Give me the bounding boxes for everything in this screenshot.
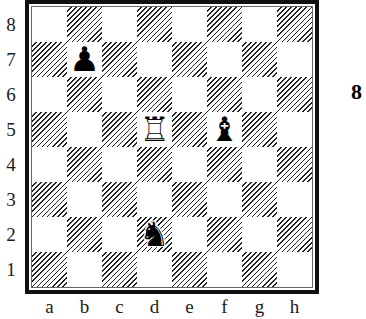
square-g6 <box>242 77 277 112</box>
square-f5: ♝ <box>207 112 242 147</box>
piece-black-knight-d2: ♞ <box>139 217 169 251</box>
square-h3 <box>277 182 312 217</box>
rank-label-2: 2 <box>0 217 22 252</box>
file-label-b: b <box>67 295 102 319</box>
square-b6 <box>67 77 102 112</box>
file-label-d: d <box>137 295 172 319</box>
file-label-c: c <box>102 295 137 319</box>
square-h2 <box>277 217 312 252</box>
square-e8 <box>172 7 207 42</box>
square-g1 <box>242 252 277 287</box>
rank-label-3: 3 <box>0 182 22 217</box>
square-f7 <box>207 42 242 77</box>
square-f8 <box>207 7 242 42</box>
square-c8 <box>102 7 137 42</box>
square-b3 <box>67 182 102 217</box>
square-d1 <box>137 252 172 287</box>
square-c4 <box>102 147 137 182</box>
file-labels: abcdefgh <box>32 295 312 319</box>
square-f3 <box>207 182 242 217</box>
square-a2 <box>32 217 67 252</box>
chess-board: ♟♖♝♞ <box>31 6 313 288</box>
square-d2: ♞ <box>137 217 172 252</box>
square-c2 <box>102 217 137 252</box>
square-a1 <box>32 252 67 287</box>
file-label-a: a <box>32 295 67 319</box>
board-frame: ♟♖♝♞ <box>25 0 319 294</box>
square-h4 <box>277 147 312 182</box>
square-d4 <box>137 147 172 182</box>
square-d5: ♖ <box>137 112 172 147</box>
square-c6 <box>102 77 137 112</box>
square-g4 <box>242 147 277 182</box>
file-label-g: g <box>242 295 277 319</box>
square-c3 <box>102 182 137 217</box>
square-e4 <box>172 147 207 182</box>
square-d7 <box>137 42 172 77</box>
rank-label-6: 6 <box>0 77 22 112</box>
square-f1 <box>207 252 242 287</box>
piece-black-pawn-b7: ♟ <box>69 42 99 76</box>
square-g3 <box>242 182 277 217</box>
piece-black-bishop-f5: ♝ <box>209 112 239 146</box>
square-e5 <box>172 112 207 147</box>
square-a8 <box>32 7 67 42</box>
square-h6 <box>277 77 312 112</box>
square-f2 <box>207 217 242 252</box>
square-a6 <box>32 77 67 112</box>
square-h1 <box>277 252 312 287</box>
rank-label-1: 1 <box>0 252 22 287</box>
square-f4 <box>207 147 242 182</box>
square-e3 <box>172 182 207 217</box>
margin-number: 8 <box>347 79 366 105</box>
rank-label-8: 8 <box>0 7 22 42</box>
rank-label-4: 4 <box>0 147 22 182</box>
square-g2 <box>242 217 277 252</box>
square-h7 <box>277 42 312 77</box>
square-a5 <box>32 112 67 147</box>
piece-white-rook-d5: ♖ <box>139 112 169 146</box>
square-a3 <box>32 182 67 217</box>
chess-diagram: 87654321 ♟♖♝♞ abcdefgh 8 <box>0 0 366 319</box>
square-a4 <box>32 147 67 182</box>
file-label-e: e <box>172 295 207 319</box>
square-g7 <box>242 42 277 77</box>
rank-label-7: 7 <box>0 42 22 77</box>
square-g5 <box>242 112 277 147</box>
rank-labels: 87654321 <box>0 7 22 287</box>
square-b4 <box>67 147 102 182</box>
square-d6 <box>137 77 172 112</box>
square-d8 <box>137 7 172 42</box>
file-label-h: h <box>277 295 312 319</box>
square-h8 <box>277 7 312 42</box>
square-b2 <box>67 217 102 252</box>
square-g8 <box>242 7 277 42</box>
square-c7 <box>102 42 137 77</box>
square-d3 <box>137 182 172 217</box>
square-e7 <box>172 42 207 77</box>
square-a7 <box>32 42 67 77</box>
square-b5 <box>67 112 102 147</box>
square-f6 <box>207 77 242 112</box>
square-c5 <box>102 112 137 147</box>
square-c1 <box>102 252 137 287</box>
square-b1 <box>67 252 102 287</box>
square-e2 <box>172 217 207 252</box>
square-b7: ♟ <box>67 42 102 77</box>
square-e1 <box>172 252 207 287</box>
square-e6 <box>172 77 207 112</box>
square-b8 <box>67 7 102 42</box>
file-label-f: f <box>207 295 242 319</box>
rank-label-5: 5 <box>0 112 22 147</box>
square-h5 <box>277 112 312 147</box>
